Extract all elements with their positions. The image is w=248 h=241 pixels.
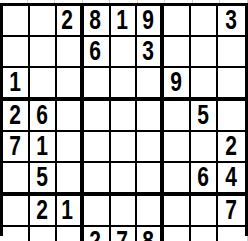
given-digit: 1	[36, 132, 48, 161]
cell-r6c3[interactable]	[57, 163, 84, 196]
given-digit: 3	[142, 37, 154, 66]
cell-r7c7[interactable]	[164, 196, 191, 227]
cell-r1c5[interactable]: 1	[111, 6, 138, 37]
cell-r2c5[interactable]	[111, 37, 138, 68]
cell-r3c9[interactable]	[218, 68, 245, 101]
cell-r6c9[interactable]: 4	[218, 163, 245, 196]
cell-r8c3[interactable]	[57, 227, 84, 241]
given-digit: 2	[90, 227, 102, 241]
cell-r3c7[interactable]: 9	[164, 68, 191, 101]
cell-r6c2[interactable]: 5	[30, 163, 57, 196]
cell-r7c1[interactable]	[3, 196, 30, 227]
given-digit: 7	[225, 196, 237, 225]
given-digit: 2	[9, 101, 21, 130]
cell-r4c1[interactable]: 2	[3, 101, 30, 132]
given-digit: 9	[142, 6, 154, 35]
cell-r2c2[interactable]	[30, 37, 57, 68]
given-digit: 1	[62, 196, 74, 225]
cell-r5c1[interactable]: 7	[3, 132, 30, 163]
cell-r3c6[interactable]	[137, 68, 164, 101]
cell-r8c1[interactable]	[3, 227, 30, 241]
cell-r3c1[interactable]: 1	[3, 68, 30, 101]
given-digit: 6	[90, 37, 102, 66]
cell-r2c3[interactable]	[57, 37, 84, 68]
given-digit: 2	[36, 196, 48, 225]
cell-r7c2[interactable]: 2	[30, 196, 57, 227]
cell-r7c4[interactable]	[84, 196, 111, 227]
sudoku-board: 28193631926571256421727841952	[0, 3, 248, 236]
given-digit: 3	[225, 6, 237, 35]
cell-r2c4[interactable]: 6	[84, 37, 111, 68]
cell-r1c2[interactable]	[30, 6, 57, 37]
cell-r8c8[interactable]	[191, 227, 218, 241]
cell-r4c4[interactable]	[84, 101, 111, 132]
cell-r5c2[interactable]: 1	[30, 132, 57, 163]
cell-r3c3[interactable]	[57, 68, 84, 101]
given-digit: 7	[9, 132, 21, 161]
given-digit: 1	[116, 6, 128, 35]
cell-r4c2[interactable]: 6	[30, 101, 57, 132]
cell-r6c7[interactable]	[164, 163, 191, 196]
given-digit: 2	[225, 132, 237, 161]
cell-r2c9[interactable]	[218, 37, 245, 68]
cell-r8c2[interactable]	[30, 227, 57, 241]
cell-r1c6[interactable]: 9	[137, 6, 164, 37]
given-digit: 8	[90, 6, 102, 35]
cell-r7c5[interactable]	[111, 196, 138, 227]
cell-r4c3[interactable]	[57, 101, 84, 132]
cell-r4c7[interactable]	[164, 101, 191, 132]
cell-r1c3[interactable]: 2	[57, 6, 84, 37]
given-digit: 1	[9, 68, 21, 97]
cell-r6c4[interactable]	[84, 163, 111, 196]
given-digit: 5	[197, 101, 209, 130]
given-digit: 2	[62, 6, 74, 35]
given-digit: 7	[116, 227, 128, 241]
cell-r7c3[interactable]: 1	[57, 196, 84, 227]
cell-r5c4[interactable]	[84, 132, 111, 163]
cell-r2c1[interactable]	[3, 37, 30, 68]
cell-r1c8[interactable]	[191, 6, 218, 37]
cell-r3c4[interactable]	[84, 68, 111, 101]
cell-r1c4[interactable]: 8	[84, 6, 111, 37]
cell-r8c7[interactable]	[164, 227, 191, 241]
cell-r5c9[interactable]: 2	[218, 132, 245, 163]
given-digit: 5	[36, 163, 48, 192]
given-digit: 4	[225, 163, 237, 192]
cell-r5c8[interactable]	[191, 132, 218, 163]
cell-r3c5[interactable]	[111, 68, 138, 101]
given-digit: 9	[170, 68, 182, 97]
given-digit: 6	[36, 101, 48, 130]
cell-r1c9[interactable]: 3	[218, 6, 245, 37]
cell-r2c7[interactable]	[164, 37, 191, 68]
cell-r1c1[interactable]	[3, 6, 30, 37]
cell-r8c5[interactable]: 7	[111, 227, 138, 241]
cell-r6c1[interactable]	[3, 163, 30, 196]
cell-r4c8[interactable]: 5	[191, 101, 218, 132]
cell-r6c5[interactable]	[111, 163, 138, 196]
given-digit: 6	[197, 163, 209, 192]
cell-r3c8[interactable]	[191, 68, 218, 101]
cell-r5c3[interactable]	[57, 132, 84, 163]
cell-r4c9[interactable]	[218, 101, 245, 132]
cell-r6c6[interactable]	[137, 163, 164, 196]
cell-r6c8[interactable]: 6	[191, 163, 218, 196]
cell-r5c5[interactable]	[111, 132, 138, 163]
cell-r2c6[interactable]: 3	[137, 37, 164, 68]
cell-r3c2[interactable]	[30, 68, 57, 101]
cell-r7c6[interactable]	[137, 196, 164, 227]
cell-r8c4[interactable]: 2	[84, 227, 111, 241]
cell-r7c8[interactable]	[191, 196, 218, 227]
cell-r8c6[interactable]: 8	[137, 227, 164, 241]
cell-r2c8[interactable]	[191, 37, 218, 68]
sudoku-screenshot: 28193631926571256421727841952	[0, 0, 248, 241]
given-digit: 8	[142, 227, 154, 241]
cell-r5c6[interactable]	[137, 132, 164, 163]
cell-r5c7[interactable]	[164, 132, 191, 163]
cell-r1c7[interactable]	[164, 6, 191, 37]
cell-r8c9[interactable]	[218, 227, 245, 241]
cell-r4c6[interactable]	[137, 101, 164, 132]
cell-r4c5[interactable]	[111, 101, 138, 132]
cell-r7c9[interactable]: 7	[218, 196, 245, 227]
